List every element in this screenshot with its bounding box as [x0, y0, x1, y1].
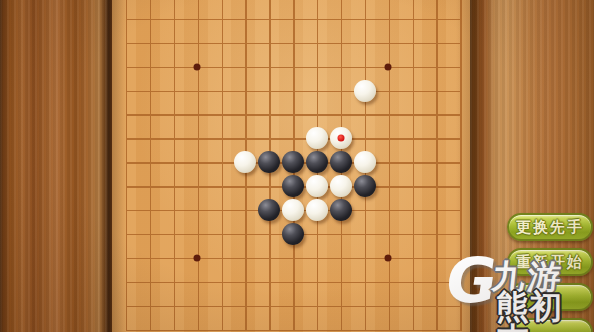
obscured-button-3[interactable]: [507, 283, 593, 311]
board-grid-lines: [126, 0, 462, 331]
left-wood-plank: [0, 0, 112, 332]
obscured-button-4[interactable]: [507, 318, 593, 332]
restart-button[interactable]: 重新开始: [507, 248, 593, 276]
game-screen: 更换先手 重新开始 G 九游 熊初末: [0, 0, 594, 332]
change-first-player-button[interactable]: 更换先手: [507, 213, 593, 241]
